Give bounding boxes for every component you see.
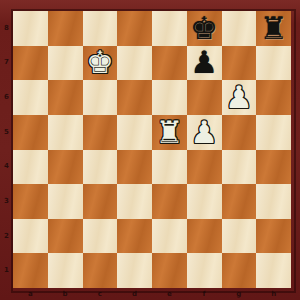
- square-h1[interactable]: [256, 253, 291, 288]
- square-e7[interactable]: [152, 46, 187, 81]
- file-label-h: h: [269, 290, 279, 299]
- square-b1[interactable]: [48, 253, 83, 288]
- square-h4[interactable]: [256, 150, 291, 185]
- square-c2[interactable]: [83, 219, 118, 254]
- file-label-g: g: [234, 290, 244, 299]
- rank-label-8: 8: [2, 24, 11, 33]
- square-f2[interactable]: [187, 219, 222, 254]
- square-g2[interactable]: [222, 219, 257, 254]
- square-a1[interactable]: [13, 253, 48, 288]
- square-g7[interactable]: [222, 46, 257, 81]
- square-c5[interactable]: [83, 115, 118, 150]
- square-h3[interactable]: [256, 184, 291, 219]
- square-h8[interactable]: ♜: [256, 11, 291, 46]
- square-g5[interactable]: [222, 115, 257, 150]
- square-d2[interactable]: [117, 219, 152, 254]
- square-a8[interactable]: [13, 11, 48, 46]
- square-a4[interactable]: [13, 150, 48, 185]
- rank-label-5: 5: [2, 128, 11, 137]
- square-f5[interactable]: ♟: [187, 115, 222, 150]
- square-f8[interactable]: ♚: [187, 11, 222, 46]
- rank-label-4: 4: [2, 162, 11, 171]
- square-e2[interactable]: [152, 219, 187, 254]
- square-d4[interactable]: [117, 150, 152, 185]
- square-f3[interactable]: [187, 184, 222, 219]
- square-c7[interactable]: ♚: [83, 46, 118, 81]
- rank-label-2: 2: [2, 232, 11, 241]
- square-e1[interactable]: [152, 253, 187, 288]
- board-frame: ♚♜♚♟♟♜♟ 87654321abcdefgh: [0, 0, 300, 300]
- square-b4[interactable]: [48, 150, 83, 185]
- square-c8[interactable]: [83, 11, 118, 46]
- square-d8[interactable]: [117, 11, 152, 46]
- square-d3[interactable]: [117, 184, 152, 219]
- square-f6[interactable]: [187, 80, 222, 115]
- square-c3[interactable]: [83, 184, 118, 219]
- square-b6[interactable]: [48, 80, 83, 115]
- square-d6[interactable]: [117, 80, 152, 115]
- square-b3[interactable]: [48, 184, 83, 219]
- square-g4[interactable]: [222, 150, 257, 185]
- square-d5[interactable]: [117, 115, 152, 150]
- square-g1[interactable]: [222, 253, 257, 288]
- square-h5[interactable]: [256, 115, 291, 150]
- square-d7[interactable]: [117, 46, 152, 81]
- file-label-c: c: [95, 290, 105, 299]
- square-a3[interactable]: [13, 184, 48, 219]
- square-b8[interactable]: [48, 11, 83, 46]
- file-label-d: d: [130, 290, 140, 299]
- file-label-f: f: [199, 290, 209, 299]
- piece-white-rook-e5[interactable]: ♜: [152, 115, 187, 150]
- piece-black-pawn-f7[interactable]: ♟: [187, 46, 222, 81]
- piece-black-rook-h8[interactable]: ♜: [256, 11, 291, 46]
- square-e8[interactable]: [152, 11, 187, 46]
- file-label-a: a: [25, 290, 35, 299]
- rank-label-3: 3: [2, 197, 11, 206]
- square-e4[interactable]: [152, 150, 187, 185]
- chess-board: ♚♜♚♟♟♜♟: [13, 11, 291, 288]
- square-e5[interactable]: ♜: [152, 115, 187, 150]
- piece-white-king-c7[interactable]: ♚: [83, 46, 118, 81]
- square-a2[interactable]: [13, 219, 48, 254]
- square-g3[interactable]: [222, 184, 257, 219]
- square-g6[interactable]: ♟: [222, 80, 257, 115]
- square-a7[interactable]: [13, 46, 48, 81]
- square-c6[interactable]: [83, 80, 118, 115]
- rank-label-7: 7: [2, 58, 11, 67]
- square-h2[interactable]: [256, 219, 291, 254]
- piece-white-pawn-f5[interactable]: ♟: [187, 115, 222, 150]
- square-d1[interactable]: [117, 253, 152, 288]
- piece-white-pawn-g6[interactable]: ♟: [222, 80, 257, 115]
- file-label-e: e: [164, 290, 174, 299]
- square-g8[interactable]: [222, 11, 257, 46]
- square-b2[interactable]: [48, 219, 83, 254]
- square-h6[interactable]: [256, 80, 291, 115]
- square-b7[interactable]: [48, 46, 83, 81]
- square-c4[interactable]: [83, 150, 118, 185]
- square-c1[interactable]: [83, 253, 118, 288]
- square-e3[interactable]: [152, 184, 187, 219]
- rank-label-6: 6: [2, 93, 11, 102]
- square-f4[interactable]: [187, 150, 222, 185]
- rank-label-1: 1: [2, 266, 11, 275]
- square-f7[interactable]: ♟: [187, 46, 222, 81]
- file-label-b: b: [60, 290, 70, 299]
- square-f1[interactable]: [187, 253, 222, 288]
- square-e6[interactable]: [152, 80, 187, 115]
- piece-black-king-f8[interactable]: ♚: [187, 11, 222, 46]
- square-h7[interactable]: [256, 46, 291, 81]
- square-a6[interactable]: [13, 80, 48, 115]
- square-a5[interactable]: [13, 115, 48, 150]
- square-b5[interactable]: [48, 115, 83, 150]
